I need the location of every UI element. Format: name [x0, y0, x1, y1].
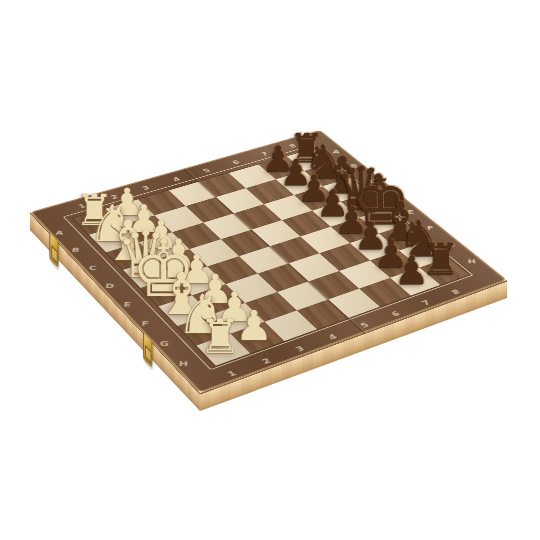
file-label-left-f: F	[141, 320, 149, 327]
piece-white-rook-h1: ♜	[199, 313, 241, 360]
piece-black-pawn-h7: ♟	[394, 252, 429, 291]
file-label-left-d: D	[105, 282, 115, 289]
file-label-left-a: A	[55, 230, 64, 236]
product-photo-stage: AA11BB22CC33DD44EE55FF66GG77HH88 ♜♞♝♛♚♝♞…	[0, 0, 540, 540]
rank-label-bottom-4: 4	[326, 332, 339, 341]
rank-label-bottom-3: 3	[293, 344, 306, 353]
rank-label-bottom-2: 2	[259, 356, 272, 365]
rank-label-top-5: 5	[201, 167, 212, 173]
rank-label-bottom-6: 6	[389, 309, 402, 317]
rank-label-bottom-1: 1	[225, 369, 238, 378]
rank-label-top-4: 4	[171, 176, 182, 183]
rank-label-bottom-8: 8	[449, 288, 462, 296]
file-label-left-b: B	[71, 247, 80, 254]
file-label-left-g: G	[159, 339, 169, 347]
rank-label-top-6: 6	[230, 159, 241, 165]
file-label-right-h: H	[467, 258, 476, 264]
file-label-left-c: C	[88, 264, 97, 271]
rank-label-bottom-7: 7	[419, 298, 432, 306]
file-label-left-h: H	[178, 360, 188, 368]
